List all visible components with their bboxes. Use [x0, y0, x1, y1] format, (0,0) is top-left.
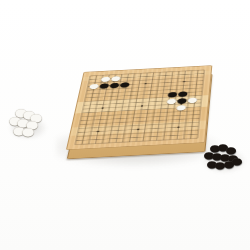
- go-set-product-photo: ●●●●●●●●●●●● ●●●●●●●●●●●●●●●●●●●: [0, 0, 250, 250]
- black-tray-stone: ●: [231, 156, 244, 166]
- white-tray-stone: ●: [21, 126, 36, 138]
- loose-stones-layer: ●●●●●●●●●●●●●●●●●●●: [0, 0, 250, 250]
